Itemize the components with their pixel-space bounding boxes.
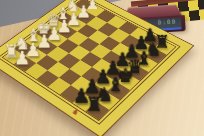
black-rook: ♜: [81, 94, 108, 114]
square-h2: ♟: [14, 56, 36, 72]
square-h8: ♜: [85, 101, 109, 120]
photo-scene: 0:00 0:00 ♜♟♟♜♞♟♟♞♝♟♟♝♛♟♟♛♚♟♟♚♝♟♟♝♞♟♟♞♜♟…: [0, 0, 204, 136]
white-pawn: ♟: [10, 49, 35, 67]
